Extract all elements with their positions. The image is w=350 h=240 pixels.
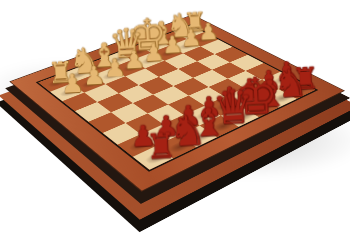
pawn-glyph: ♟: [60, 69, 84, 99]
piece-boxwood-pawn[interactable]: ♟: [59, 70, 85, 97]
rook-glyph: ♜: [144, 125, 177, 167]
piece-red-rook[interactable]: ♜: [144, 129, 175, 165]
pawn-glyph: ♟: [82, 61, 106, 91]
chess-scene: ♜♞♝♛♚♝♞♜♟♟♟♟♟♟♟♟♟♟♟♟♟♟♟♟♜♞♝♛♚♝♞♜: [0, 0, 350, 175]
